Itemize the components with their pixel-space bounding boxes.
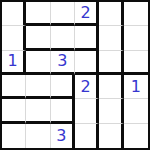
cell-r6c3[interactable]: 3 xyxy=(51,124,75,148)
cell-r2c3[interactable] xyxy=(51,26,75,50)
cell-r5c2[interactable] xyxy=(26,99,50,123)
cell-r4c1[interactable] xyxy=(2,75,26,99)
cell-r4c2[interactable] xyxy=(26,75,50,99)
given-digit: 1 xyxy=(8,53,18,69)
cell-r6c1[interactable] xyxy=(2,124,26,148)
cell-r6c5[interactable] xyxy=(99,124,123,148)
cell-r3c3[interactable]: 3 xyxy=(51,51,75,75)
cell-r1c3[interactable] xyxy=(51,2,75,26)
cell-r4c6[interactable]: 1 xyxy=(124,75,148,99)
given-digit: 3 xyxy=(57,53,67,69)
cell-r6c4[interactable] xyxy=(75,124,99,148)
cell-r2c5[interactable] xyxy=(99,26,123,50)
cell-r1c6[interactable] xyxy=(124,2,148,26)
cell-r4c5[interactable] xyxy=(99,75,123,99)
cell-r3c5[interactable] xyxy=(99,51,123,75)
cell-r5c1[interactable] xyxy=(2,99,26,123)
cell-r1c1[interactable] xyxy=(2,2,26,26)
given-digit: 1 xyxy=(131,79,141,95)
puzzle-board: 213213 xyxy=(0,0,150,150)
cell-r3c2[interactable] xyxy=(26,51,50,75)
cell-r3c1[interactable]: 1 xyxy=(2,51,26,75)
cell-r2c2[interactable] xyxy=(26,26,50,50)
cell-r2c6[interactable] xyxy=(124,26,148,50)
cell-r5c3[interactable] xyxy=(51,99,75,123)
cell-r4c4[interactable]: 2 xyxy=(75,75,99,99)
given-digit: 2 xyxy=(81,79,91,95)
cell-r1c5[interactable] xyxy=(99,2,123,26)
cell-r6c6[interactable] xyxy=(124,124,148,148)
cell-r5c5[interactable] xyxy=(99,99,123,123)
cell-r1c2[interactable] xyxy=(26,2,50,26)
cell-r5c4[interactable] xyxy=(75,99,99,123)
given-digit: 3 xyxy=(56,128,66,144)
cell-r4c3[interactable] xyxy=(51,75,75,99)
cell-r3c6[interactable] xyxy=(124,51,148,75)
cell-r2c4[interactable] xyxy=(75,26,99,50)
cell-r1c4[interactable]: 2 xyxy=(75,2,99,26)
cell-r6c2[interactable] xyxy=(26,124,50,148)
cell-r5c6[interactable] xyxy=(124,99,148,123)
cell-r2c1[interactable] xyxy=(2,26,26,50)
given-digit: 2 xyxy=(81,5,91,21)
cell-r3c4[interactable] xyxy=(75,51,99,75)
